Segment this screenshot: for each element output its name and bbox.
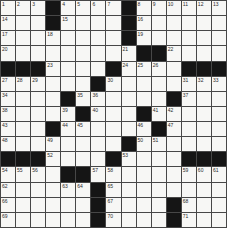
cell-r1c1[interactable] (16, 16, 30, 30)
black-cell-r4c12 (182, 62, 196, 76)
clue-number-46: 46 (138, 122, 144, 128)
clue-number-30: 30 (107, 77, 113, 83)
cell-r4c8[interactable]: 24 (122, 62, 136, 76)
cell-r3c0[interactable]: 20 (1, 46, 15, 60)
cell-r13c1[interactable] (16, 198, 30, 212)
cell-r14c0[interactable]: 69 (1, 213, 15, 227)
cell-r3c7[interactable] (106, 46, 120, 60)
clue-number-4: 4 (62, 1, 65, 7)
cell-r7c6[interactable]: 40 (91, 107, 105, 121)
cell-r0c4[interactable]: 4 (61, 1, 75, 15)
cell-r14c5[interactable] (76, 213, 90, 227)
cell-r5c7[interactable]: 30 (106, 77, 120, 91)
black-cell-r0c3 (46, 1, 60, 15)
clue-number-49: 49 (47, 137, 53, 143)
clue-number-39: 39 (62, 107, 68, 113)
cell-r6c10[interactable] (152, 92, 166, 106)
cell-r11c2[interactable]: 56 (31, 167, 45, 181)
cell-r14c14[interactable] (212, 213, 226, 227)
cell-r0c0[interactable]: 1 (1, 1, 15, 15)
cell-r1c13[interactable] (197, 16, 211, 30)
black-cell-r7c9 (137, 107, 151, 121)
cell-r4c5[interactable] (76, 62, 90, 76)
clue-number-45: 45 (77, 122, 83, 128)
cell-r7c14[interactable] (212, 107, 226, 121)
clue-number-63: 63 (62, 183, 68, 189)
cell-r6c6[interactable]: 36 (91, 92, 105, 106)
clue-number-24: 24 (123, 62, 129, 68)
cell-r1c11[interactable] (167, 16, 181, 30)
cell-r8c13[interactable] (197, 122, 211, 136)
black-cell-r4c14 (212, 62, 226, 76)
black-cell-r8c10 (152, 122, 166, 136)
black-cell-r4c7 (106, 62, 120, 76)
clue-number-68: 68 (183, 198, 189, 204)
cell-r13c3[interactable] (46, 198, 60, 212)
black-cell-r14c11 (167, 213, 181, 227)
black-cell-r4c0 (1, 62, 15, 76)
cell-r5c8[interactable] (122, 77, 136, 91)
clue-number-70: 70 (107, 213, 113, 219)
cell-r4c11[interactable] (167, 62, 181, 76)
cell-r13c2[interactable] (31, 198, 45, 212)
cell-r14c7[interactable]: 70 (106, 213, 120, 227)
black-cell-r10c1 (16, 152, 30, 166)
clue-number-32: 32 (198, 77, 204, 83)
clue-number-15: 15 (62, 16, 68, 22)
clue-number-56: 56 (32, 167, 38, 173)
clue-number-18: 18 (47, 31, 53, 37)
clue-number-55: 55 (17, 167, 23, 173)
black-cell-r12c6 (91, 183, 105, 197)
cell-r9c7[interactable] (106, 137, 120, 151)
black-cell-r13c6 (91, 198, 105, 212)
clue-number-54: 54 (2, 167, 8, 173)
black-cell-r7c5 (76, 107, 90, 121)
cell-r14c13[interactable] (197, 213, 211, 227)
clue-number-71: 71 (183, 213, 189, 219)
cell-r0c2[interactable]: 3 (31, 1, 45, 15)
cell-r3c6[interactable] (91, 46, 105, 60)
cell-r2c2[interactable] (31, 31, 45, 45)
cell-r1c14[interactable] (212, 16, 226, 30)
clue-number-52: 52 (47, 152, 53, 158)
cell-r4c6[interactable] (91, 62, 105, 76)
cell-r10c6[interactable] (91, 152, 105, 166)
cell-r2c0[interactable]: 17 (1, 31, 15, 45)
clue-number-62: 62 (2, 183, 8, 189)
cell-r1c0[interactable]: 14 (1, 16, 15, 30)
cell-r3c2[interactable] (31, 46, 45, 60)
cell-r8c8[interactable] (122, 122, 136, 136)
clue-number-14: 14 (2, 16, 8, 22)
cell-r0c7[interactable]: 7 (106, 1, 120, 15)
black-cell-r5c6 (91, 77, 105, 91)
cell-r13c10[interactable] (152, 198, 166, 212)
clue-number-22: 22 (168, 46, 174, 52)
cell-r10c9[interactable] (137, 152, 151, 166)
cell-r10c4[interactable] (61, 152, 75, 166)
cell-r4c9[interactable]: 25 (137, 62, 151, 76)
cell-r3c8[interactable]: 21 (122, 46, 136, 60)
cell-r6c5[interactable]: 35 (76, 92, 90, 106)
clue-number-40: 40 (92, 107, 98, 113)
black-cell-r3c10 (152, 46, 166, 60)
clue-number-29: 29 (32, 77, 38, 83)
cell-r2c3[interactable]: 18 (46, 31, 60, 45)
cell-r13c12[interactable]: 68 (182, 198, 196, 212)
cell-r11c13[interactable]: 60 (197, 167, 211, 181)
clue-number-36: 36 (92, 92, 98, 98)
cell-r4c4[interactable] (61, 62, 75, 76)
clue-number-59: 59 (183, 167, 189, 173)
cell-r1c4[interactable]: 15 (61, 16, 75, 30)
cell-r4c10[interactable]: 26 (152, 62, 166, 76)
cell-r1c6[interactable] (91, 16, 105, 30)
cell-r8c14[interactable] (212, 122, 226, 136)
cell-r12c5[interactable]: 64 (76, 183, 90, 197)
black-cell-r10c13 (197, 152, 211, 166)
clue-number-51: 51 (153, 137, 159, 143)
clue-number-19: 19 (138, 31, 144, 37)
cell-r3c5[interactable] (76, 46, 90, 60)
clue-number-31: 31 (183, 77, 189, 83)
clue-number-17: 17 (2, 31, 8, 37)
cell-r2c11[interactable] (167, 31, 181, 45)
black-cell-r13c11 (167, 198, 181, 212)
clue-number-10: 10 (168, 1, 174, 7)
clue-number-33: 33 (213, 77, 219, 83)
cell-r11c0[interactable]: 54 (1, 167, 15, 181)
clue-number-27: 27 (2, 77, 8, 83)
cell-r5c1[interactable]: 28 (16, 77, 30, 91)
cell-r6c12[interactable]: 37 (182, 92, 196, 106)
clue-number-43: 43 (2, 122, 8, 128)
cell-r12c12[interactable] (182, 183, 196, 197)
cell-r12c8[interactable] (122, 183, 136, 197)
clue-number-48: 48 (2, 137, 8, 143)
black-cell-r11c5 (76, 167, 90, 181)
cell-r12c13[interactable] (197, 183, 211, 197)
cell-r11c6[interactable]: 57 (91, 167, 105, 181)
black-cell-r4c1 (16, 62, 30, 76)
cell-r9c0[interactable]: 48 (1, 137, 15, 151)
cell-r9c12[interactable] (182, 137, 196, 151)
cell-r4c3[interactable]: 23 (46, 62, 60, 76)
cell-r3c14[interactable] (212, 46, 226, 60)
cell-r2c1[interactable] (16, 31, 30, 45)
cell-r9c2[interactable] (31, 137, 45, 151)
clue-number-60: 60 (198, 167, 204, 173)
clue-number-6: 6 (92, 1, 95, 7)
cell-r9c13[interactable] (197, 137, 211, 151)
black-cell-r2c8 (122, 31, 136, 45)
cell-r3c13[interactable] (197, 46, 211, 60)
cell-r13c7[interactable]: 67 (106, 198, 120, 212)
cell-r12c7[interactable]: 65 (106, 183, 120, 197)
clue-number-67: 67 (107, 198, 113, 204)
cell-r6c2[interactable] (31, 92, 45, 106)
cell-r7c0[interactable]: 38 (1, 107, 15, 121)
cell-r8c5[interactable]: 45 (76, 122, 90, 136)
cell-r12c4[interactable]: 63 (61, 183, 75, 197)
cell-r0c1[interactable]: 2 (16, 1, 30, 15)
cell-r11c12[interactable]: 59 (182, 167, 196, 181)
black-cell-r11c4 (61, 167, 75, 181)
cell-r11c8[interactable] (122, 167, 136, 181)
cell-r9c5[interactable] (76, 137, 90, 151)
cell-r11c11[interactable] (167, 167, 181, 181)
cell-r5c9[interactable] (137, 77, 151, 91)
clue-number-16: 16 (138, 16, 144, 22)
cell-r2c14[interactable] (212, 31, 226, 45)
clue-number-9: 9 (153, 1, 156, 7)
cell-r14c9[interactable] (137, 213, 151, 227)
clue-number-64: 64 (77, 183, 83, 189)
cell-r7c4[interactable]: 39 (61, 107, 75, 121)
clue-number-25: 25 (138, 62, 144, 68)
cell-r10c10[interactable] (152, 152, 166, 166)
cell-r11c9[interactable] (137, 167, 151, 181)
black-cell-r10c7 (106, 152, 120, 166)
cell-r14c4[interactable] (61, 213, 75, 227)
clue-number-3: 3 (32, 1, 35, 7)
cell-r13c5[interactable] (76, 198, 90, 212)
cell-r0c9[interactable]: 8 (137, 1, 151, 15)
cell-r2c5[interactable] (76, 31, 90, 45)
cell-r11c1[interactable]: 55 (16, 167, 30, 181)
cell-r7c11[interactable]: 42 (167, 107, 181, 121)
cell-r12c1[interactable] (16, 183, 30, 197)
cell-r12c0[interactable]: 62 (1, 183, 15, 197)
cell-r2c13[interactable] (197, 31, 211, 45)
cell-r0c11[interactable]: 10 (167, 1, 181, 15)
cell-r8c11[interactable]: 47 (167, 122, 181, 136)
clue-number-26: 26 (153, 62, 159, 68)
black-cell-r3c9 (137, 46, 151, 60)
black-cell-r10c12 (182, 152, 196, 166)
cell-r13c9[interactable] (137, 198, 151, 212)
cell-r14c10[interactable] (152, 213, 166, 227)
cell-r7c1[interactable] (16, 107, 30, 121)
clue-number-37: 37 (183, 92, 189, 98)
black-cell-r10c0 (1, 152, 15, 166)
cell-r5c4[interactable] (61, 77, 75, 91)
black-cell-r9c8 (122, 137, 136, 151)
cell-r9c1[interactable] (16, 137, 30, 151)
cell-r6c7[interactable] (106, 92, 120, 106)
cell-r2c6[interactable] (91, 31, 105, 45)
clue-number-13: 13 (213, 1, 219, 7)
cell-r2c12[interactable] (182, 31, 196, 45)
cell-r0c12[interactable]: 11 (182, 1, 196, 15)
cell-r8c1[interactable] (16, 122, 30, 136)
cell-r6c8[interactable] (122, 92, 136, 106)
cell-r6c9[interactable] (137, 92, 151, 106)
clue-number-69: 69 (2, 213, 8, 219)
cell-r7c8[interactable] (122, 107, 136, 121)
cell-r1c7[interactable] (106, 16, 120, 30)
cell-r3c11[interactable]: 22 (167, 46, 181, 60)
cell-r11c14[interactable]: 61 (212, 167, 226, 181)
cell-r1c9[interactable]: 16 (137, 16, 151, 30)
black-cell-r6c4 (61, 92, 75, 106)
cell-r12c9[interactable] (137, 183, 151, 197)
cell-r8c0[interactable]: 43 (1, 122, 15, 136)
cell-r10c8[interactable]: 53 (122, 152, 136, 166)
cell-r7c10[interactable]: 41 (152, 107, 166, 121)
cell-r5c5[interactable] (76, 77, 90, 91)
cell-r6c3[interactable] (46, 92, 60, 106)
clue-number-28: 28 (17, 77, 23, 83)
cell-r11c3[interactable] (46, 167, 60, 181)
cell-r11c10[interactable] (152, 167, 166, 181)
black-cell-r1c8 (122, 16, 136, 30)
cell-r5c14[interactable]: 33 (212, 77, 226, 91)
cell-r5c3[interactable] (46, 77, 60, 91)
cell-r1c2[interactable] (31, 16, 45, 30)
cell-r0c13[interactable]: 12 (197, 1, 211, 15)
black-cell-r4c13 (197, 62, 211, 76)
black-cell-r10c14 (212, 152, 226, 166)
cell-r9c6[interactable] (91, 137, 105, 151)
black-cell-r10c2 (31, 152, 45, 166)
cell-r2c9[interactable]: 19 (137, 31, 151, 45)
cell-r9c11[interactable] (167, 137, 181, 151)
cell-r12c2[interactable] (31, 183, 45, 197)
cell-r0c14[interactable]: 13 (212, 1, 226, 15)
clue-number-11: 11 (183, 1, 188, 7)
cell-r13c8[interactable] (122, 198, 136, 212)
clue-number-41: 41 (153, 107, 159, 113)
clue-number-21: 21 (123, 46, 129, 52)
clue-number-34: 34 (2, 92, 8, 98)
cell-r2c7[interactable] (106, 31, 120, 45)
cell-r6c13[interactable] (197, 92, 211, 106)
cell-r9c3[interactable]: 49 (46, 137, 60, 151)
cell-r5c13[interactable]: 32 (197, 77, 211, 91)
clue-number-20: 20 (2, 46, 8, 52)
cell-r12c10[interactable] (152, 183, 166, 197)
cell-r0c10[interactable]: 9 (152, 1, 166, 15)
cell-r2c4[interactable] (61, 31, 75, 45)
cell-r8c7[interactable] (106, 122, 120, 136)
black-cell-r1c3 (46, 16, 60, 30)
cell-r9c4[interactable] (61, 137, 75, 151)
crossword-grid: 1234567891011121314151617181920212223242… (0, 0, 227, 228)
clue-number-66: 66 (2, 198, 8, 204)
cell-r14c1[interactable] (16, 213, 30, 227)
cell-r14c3[interactable] (46, 213, 60, 227)
cell-r9c9[interactable]: 50 (137, 137, 151, 151)
cell-r11c7[interactable]: 58 (106, 167, 120, 181)
cell-r14c8[interactable] (122, 213, 136, 227)
cell-r7c2[interactable] (31, 107, 45, 121)
cell-r7c3[interactable] (46, 107, 60, 121)
cell-r8c9[interactable]: 46 (137, 122, 151, 136)
cell-r10c3[interactable]: 52 (46, 152, 60, 166)
cell-r13c14[interactable] (212, 198, 226, 212)
clue-number-1: 1 (2, 1, 5, 7)
clue-number-65: 65 (107, 183, 113, 189)
cell-r13c13[interactable] (197, 198, 211, 212)
cell-r8c2[interactable] (31, 122, 45, 136)
cell-r9c14[interactable] (212, 137, 226, 151)
black-cell-r8c3 (46, 122, 60, 136)
cell-r10c5[interactable] (76, 152, 90, 166)
black-cell-r14c6 (91, 213, 105, 227)
black-cell-r4c2 (31, 62, 45, 76)
cell-r13c4[interactable] (61, 198, 75, 212)
cell-r13c0[interactable]: 66 (1, 198, 15, 212)
cell-r8c12[interactable] (182, 122, 196, 136)
cell-r12c11[interactable] (167, 183, 181, 197)
cell-r14c2[interactable] (31, 213, 45, 227)
cell-r14c12[interactable]: 71 (182, 213, 196, 227)
cell-r6c1[interactable] (16, 92, 30, 106)
cell-r1c5[interactable] (76, 16, 90, 30)
clue-number-38: 38 (2, 107, 8, 113)
clue-number-5: 5 (77, 1, 80, 7)
clue-number-58: 58 (107, 167, 113, 173)
cell-r5c0[interactable]: 27 (1, 77, 15, 91)
clue-number-35: 35 (77, 92, 83, 98)
cell-r5c10[interactable] (152, 77, 166, 91)
cell-r3c1[interactable] (16, 46, 30, 60)
black-cell-r0c8 (122, 1, 136, 15)
clue-number-53: 53 (123, 152, 129, 158)
cell-r7c7[interactable] (106, 107, 120, 121)
cell-r7c13[interactable] (197, 107, 211, 121)
cell-r5c12[interactable]: 31 (182, 77, 196, 91)
cell-r3c4[interactable] (61, 46, 75, 60)
clue-number-7: 7 (107, 1, 110, 7)
clue-number-61: 61 (213, 167, 219, 173)
cell-r2c10[interactable] (152, 31, 166, 45)
cell-r7c12[interactable] (182, 107, 196, 121)
clue-number-8: 8 (138, 1, 141, 7)
cell-r5c2[interactable]: 29 (31, 77, 45, 91)
cell-r1c12[interactable] (182, 16, 196, 30)
cell-r5c11[interactable] (167, 77, 181, 91)
cell-r3c12[interactable] (182, 46, 196, 60)
cell-r8c4[interactable]: 44 (61, 122, 75, 136)
cell-r12c14[interactable] (212, 183, 226, 197)
cell-r0c6[interactable]: 6 (91, 1, 105, 15)
cell-r0c5[interactable]: 5 (76, 1, 90, 15)
cell-r1c10[interactable] (152, 16, 166, 30)
clue-number-57: 57 (92, 167, 98, 173)
black-cell-r6c11 (167, 92, 181, 106)
clue-number-50: 50 (138, 137, 144, 143)
clue-number-23: 23 (47, 62, 53, 68)
clue-number-44: 44 (62, 122, 68, 128)
clue-number-2: 2 (17, 1, 20, 7)
clue-number-12: 12 (198, 1, 204, 7)
clue-number-42: 42 (168, 107, 174, 113)
cell-r3c3[interactable] (46, 46, 60, 60)
clue-number-47: 47 (168, 122, 174, 128)
cell-r9c10[interactable]: 51 (152, 137, 166, 151)
cell-r10c11[interactable] (167, 152, 181, 166)
cell-r6c14[interactable] (212, 92, 226, 106)
cell-r12c3[interactable] (46, 183, 60, 197)
cell-r8c6[interactable] (91, 122, 105, 136)
cell-r6c0[interactable]: 34 (1, 92, 15, 106)
